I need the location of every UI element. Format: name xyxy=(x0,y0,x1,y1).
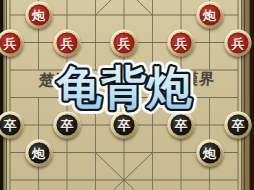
piece-face: 兵 xyxy=(0,32,21,53)
piece-glyph: 卒 xyxy=(61,119,74,132)
red-soldier[interactable]: 兵 xyxy=(0,29,24,56)
piece-glyph: 卒 xyxy=(175,119,188,132)
piece-face: 兵 xyxy=(171,32,192,53)
black-soldier[interactable]: 卒 xyxy=(54,112,81,139)
piece-face: 炮 xyxy=(199,142,220,163)
piece-glyph: 炮 xyxy=(32,9,45,22)
piece-face: 卒 xyxy=(171,115,192,136)
black-cannon[interactable]: 炮 xyxy=(196,139,223,166)
red-soldier[interactable]: 兵 xyxy=(168,29,195,56)
red-soldier[interactable]: 兵 xyxy=(111,29,138,56)
piece-face: 兵 xyxy=(114,32,135,53)
piece-glyph: 炮 xyxy=(203,147,216,160)
red-soldier[interactable]: 兵 xyxy=(54,29,81,56)
piece-face: 卒 xyxy=(57,115,78,136)
piece-glyph: 兵 xyxy=(232,37,245,50)
piece-face: 炮 xyxy=(28,5,49,26)
piece-face: 兵 xyxy=(228,32,249,53)
black-cannon[interactable]: 炮 xyxy=(25,139,52,166)
red-cannon[interactable]: 炮 xyxy=(25,2,52,29)
piece-face: 卒 xyxy=(0,115,21,136)
red-cannon[interactable]: 炮 xyxy=(196,2,223,29)
piece-glyph: 卒 xyxy=(232,119,245,132)
piece-face: 卒 xyxy=(228,115,249,136)
piece-face: 兵 xyxy=(57,32,78,53)
piece-glyph: 卒 xyxy=(118,119,131,132)
piece-glyph: 兵 xyxy=(175,37,188,50)
black-soldier[interactable]: 卒 xyxy=(168,112,195,139)
piece-glyph: 兵 xyxy=(118,37,131,50)
red-soldier[interactable]: 兵 xyxy=(225,29,252,56)
xiangqi-board: 楚河 漢界 炮炮兵兵兵兵兵卒卒卒卒卒炮炮 龟背炮 龟背炮 龟背炮 xyxy=(0,0,254,190)
piece-glyph: 炮 xyxy=(32,147,45,160)
piece-face: 炮 xyxy=(199,5,220,26)
black-soldier[interactable]: 卒 xyxy=(0,112,24,139)
piece-glyph: 卒 xyxy=(4,119,17,132)
piece-glyph: 兵 xyxy=(61,37,74,50)
piece-glyph: 兵 xyxy=(4,37,17,50)
black-soldier[interactable]: 卒 xyxy=(225,112,252,139)
black-soldier[interactable]: 卒 xyxy=(111,112,138,139)
piece-face: 卒 xyxy=(114,115,135,136)
pieces-layer: 炮炮兵兵兵兵兵卒卒卒卒卒炮炮 xyxy=(0,0,254,190)
piece-glyph: 炮 xyxy=(203,9,216,22)
piece-face: 炮 xyxy=(28,142,49,163)
